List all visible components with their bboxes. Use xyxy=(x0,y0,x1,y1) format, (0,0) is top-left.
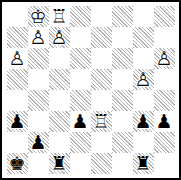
white-pawn-g5: ♟♙ xyxy=(133,69,154,90)
square-b4 xyxy=(28,90,49,111)
square-c7: ♟♙ xyxy=(49,27,70,48)
square-a8 xyxy=(7,6,28,27)
square-g4 xyxy=(133,90,154,111)
square-g6 xyxy=(133,48,154,69)
square-h6: ♟♙ xyxy=(154,48,175,69)
square-d8 xyxy=(70,6,91,27)
square-c3 xyxy=(49,111,70,132)
square-d6 xyxy=(70,48,91,69)
chess-diagram-frame: ♚♔♜♖♟♙♟♙♟♙♟♙♟♙♟♟♜♖♟♟♟♚♜♜ xyxy=(0,0,181,180)
black-king-a1: ♚ xyxy=(7,153,28,174)
square-e4 xyxy=(91,90,112,111)
square-a6: ♟♙ xyxy=(7,48,28,69)
square-a3: ♟ xyxy=(7,111,28,132)
square-f5 xyxy=(112,69,133,90)
square-h7 xyxy=(154,27,175,48)
square-e2 xyxy=(91,132,112,153)
square-f8 xyxy=(112,6,133,27)
black-rook-c1: ♜ xyxy=(49,153,70,174)
square-h5 xyxy=(154,69,175,90)
square-d3: ♟ xyxy=(70,111,91,132)
square-c8: ♜♖ xyxy=(49,6,70,27)
square-e7 xyxy=(91,27,112,48)
square-c4 xyxy=(49,90,70,111)
square-g5: ♟♙ xyxy=(133,69,154,90)
square-c1: ♜ xyxy=(49,153,70,174)
black-rook-g1: ♜ xyxy=(133,153,154,174)
square-d7 xyxy=(70,27,91,48)
square-g3: ♟ xyxy=(133,111,154,132)
square-f6 xyxy=(112,48,133,69)
black-pawn-g3: ♟ xyxy=(133,111,154,132)
square-d2 xyxy=(70,132,91,153)
square-c6 xyxy=(49,48,70,69)
square-h8 xyxy=(154,6,175,27)
square-c5 xyxy=(49,69,70,90)
square-b2: ♟ xyxy=(28,132,49,153)
white-pawn-c7: ♟♙ xyxy=(49,27,70,48)
square-e6 xyxy=(91,48,112,69)
square-h4 xyxy=(154,90,175,111)
square-e5 xyxy=(91,69,112,90)
square-a1: ♚ xyxy=(7,153,28,174)
square-b8: ♚♔ xyxy=(28,6,49,27)
black-pawn-a3: ♟ xyxy=(7,111,28,132)
square-h2 xyxy=(154,132,175,153)
black-pawn-b2: ♟ xyxy=(28,132,49,153)
square-f7 xyxy=(112,27,133,48)
square-e8 xyxy=(91,6,112,27)
square-a2 xyxy=(7,132,28,153)
square-g2 xyxy=(133,132,154,153)
white-king-b8: ♚♔ xyxy=(28,6,49,27)
white-rook-c8: ♜♖ xyxy=(49,6,70,27)
square-e3: ♜♖ xyxy=(91,111,112,132)
square-d5 xyxy=(70,69,91,90)
square-c2 xyxy=(49,132,70,153)
black-pawn-h3: ♟ xyxy=(154,111,175,132)
square-h1 xyxy=(154,153,175,174)
square-b5 xyxy=(28,69,49,90)
chess-board: ♚♔♜♖♟♙♟♙♟♙♟♙♟♙♟♟♜♖♟♟♟♚♜♜ xyxy=(7,6,175,174)
square-b3 xyxy=(28,111,49,132)
square-g7 xyxy=(133,27,154,48)
square-f4 xyxy=(112,90,133,111)
square-g1: ♜ xyxy=(133,153,154,174)
square-b1 xyxy=(28,153,49,174)
square-a5 xyxy=(7,69,28,90)
white-pawn-a6: ♟♙ xyxy=(7,48,28,69)
square-f1 xyxy=(112,153,133,174)
white-rook-e3: ♜♖ xyxy=(91,111,112,132)
square-d1 xyxy=(70,153,91,174)
square-e1 xyxy=(91,153,112,174)
white-pawn-b7: ♟♙ xyxy=(28,27,49,48)
white-pawn-h6: ♟♙ xyxy=(154,48,175,69)
square-f3 xyxy=(112,111,133,132)
square-b6 xyxy=(28,48,49,69)
square-a7 xyxy=(7,27,28,48)
square-d4 xyxy=(70,90,91,111)
black-pawn-d3: ♟ xyxy=(70,111,91,132)
square-h3: ♟ xyxy=(154,111,175,132)
square-f2 xyxy=(112,132,133,153)
square-g8 xyxy=(133,6,154,27)
square-a4 xyxy=(7,90,28,111)
square-b7: ♟♙ xyxy=(28,27,49,48)
